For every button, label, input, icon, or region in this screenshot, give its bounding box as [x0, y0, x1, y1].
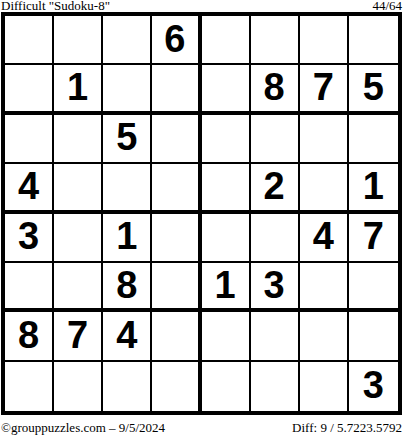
cell-r4c3[interactable] — [103, 164, 152, 213]
cell-r2c8[interactable]: 5 — [349, 65, 398, 114]
cell-r4c5[interactable] — [202, 164, 251, 213]
cell-r3c7[interactable] — [300, 115, 349, 164]
page-footer: ©grouppuzzles.com – 9/5/2024 Diff: 9 / 5… — [1, 421, 402, 435]
given-digit: 8 — [18, 316, 39, 354]
cell-r3c6[interactable] — [251, 115, 300, 164]
cell-r1c5[interactable] — [202, 16, 251, 65]
cell-r6c4[interactable] — [152, 263, 201, 312]
cell-r8c8[interactable]: 3 — [349, 362, 398, 411]
cell-r1c7[interactable] — [300, 16, 349, 65]
puzzle-counter: 44/64 — [372, 0, 402, 12]
given-digit: 3 — [264, 266, 285, 304]
cell-r4c7[interactable] — [300, 164, 349, 213]
cell-r1c8[interactable] — [349, 16, 398, 65]
given-digit: 7 — [363, 217, 384, 255]
cell-r5c8[interactable]: 7 — [349, 214, 398, 263]
cell-r8c2[interactable] — [54, 362, 103, 411]
page-header: Difficult "Sudoku-8" 44/64 — [1, 0, 402, 12]
given-digit: 3 — [18, 217, 39, 255]
cell-r5c1[interactable]: 3 — [5, 214, 54, 263]
cell-r4c2[interactable] — [54, 164, 103, 213]
cell-r3c5[interactable] — [202, 115, 251, 164]
cell-r6c1[interactable] — [5, 263, 54, 312]
cell-r6c7[interactable] — [300, 263, 349, 312]
copyright-text: ©grouppuzzles.com – 9/5/2024 — [1, 421, 165, 435]
given-digit: 5 — [116, 118, 137, 156]
puzzle-title: Difficult "Sudoku-8" — [1, 0, 110, 12]
cell-r7c7[interactable] — [300, 312, 349, 361]
cell-r8c3[interactable] — [103, 362, 152, 411]
cell-r8c4[interactable] — [152, 362, 201, 411]
cell-r4c6[interactable]: 2 — [251, 164, 300, 213]
given-digit: 7 — [313, 68, 334, 106]
cell-r3c8[interactable] — [349, 115, 398, 164]
given-digit: 6 — [164, 20, 185, 58]
cell-r8c7[interactable] — [300, 362, 349, 411]
given-digit: 2 — [264, 167, 285, 205]
cell-r6c5[interactable]: 1 — [202, 263, 251, 312]
given-digit: 4 — [116, 316, 137, 354]
cell-r7c6[interactable] — [251, 312, 300, 361]
cell-r7c8[interactable] — [349, 312, 398, 361]
cell-r8c6[interactable] — [251, 362, 300, 411]
cell-r2c4[interactable] — [152, 65, 201, 114]
cell-r2c6[interactable]: 8 — [251, 65, 300, 114]
cell-r8c1[interactable] — [5, 362, 54, 411]
given-digit: 4 — [18, 167, 39, 205]
cell-r4c4[interactable] — [152, 164, 201, 213]
sudoku-page: { "game": { "name": "sudoku", "variant":… — [0, 0, 403, 437]
given-digit: 8 — [264, 68, 285, 106]
cell-r3c4[interactable] — [152, 115, 201, 164]
cell-r7c2[interactable]: 7 — [54, 312, 103, 361]
difficulty-text: Diff: 9 / 5.7223.5792 — [292, 421, 402, 435]
sudoku-board: 61875542131478138743 — [1, 12, 402, 415]
given-digit: 1 — [214, 266, 235, 304]
cell-r2c2[interactable]: 1 — [54, 65, 103, 114]
cell-r5c3[interactable]: 1 — [103, 214, 152, 263]
cell-r2c5[interactable] — [202, 65, 251, 114]
cell-r1c4[interactable]: 6 — [152, 16, 201, 65]
cell-r1c6[interactable] — [251, 16, 300, 65]
cell-r3c1[interactable] — [5, 115, 54, 164]
cell-r2c3[interactable] — [103, 65, 152, 114]
cell-r7c1[interactable]: 8 — [5, 312, 54, 361]
cell-r3c3[interactable]: 5 — [103, 115, 152, 164]
cell-r6c6[interactable]: 3 — [251, 263, 300, 312]
cell-r2c7[interactable]: 7 — [300, 65, 349, 114]
cell-r4c8[interactable]: 1 — [349, 164, 398, 213]
given-digit: 1 — [116, 217, 137, 255]
cell-r6c3[interactable]: 8 — [103, 263, 152, 312]
cell-r5c2[interactable] — [54, 214, 103, 263]
cell-r2c1[interactable] — [5, 65, 54, 114]
cell-r8c5[interactable] — [202, 362, 251, 411]
cell-r4c1[interactable]: 4 — [5, 164, 54, 213]
cell-r7c3[interactable]: 4 — [103, 312, 152, 361]
cell-r6c8[interactable] — [349, 263, 398, 312]
given-digit: 7 — [67, 316, 88, 354]
given-digit: 1 — [67, 68, 88, 106]
cell-r7c4[interactable] — [152, 312, 201, 361]
cell-r1c3[interactable] — [103, 16, 152, 65]
given-digit: 3 — [363, 366, 384, 404]
cell-r1c2[interactable] — [54, 16, 103, 65]
cell-r5c5[interactable] — [202, 214, 251, 263]
cell-r5c6[interactable] — [251, 214, 300, 263]
given-digit: 8 — [116, 266, 137, 304]
cell-r1c1[interactable] — [5, 16, 54, 65]
cell-r5c7[interactable]: 4 — [300, 214, 349, 263]
given-digit: 4 — [313, 217, 334, 255]
given-digit: 1 — [363, 167, 384, 205]
cell-r7c5[interactable] — [202, 312, 251, 361]
cell-r6c2[interactable] — [54, 263, 103, 312]
cell-r3c2[interactable] — [54, 115, 103, 164]
cell-r5c4[interactable] — [152, 214, 201, 263]
given-digit: 5 — [363, 68, 384, 106]
